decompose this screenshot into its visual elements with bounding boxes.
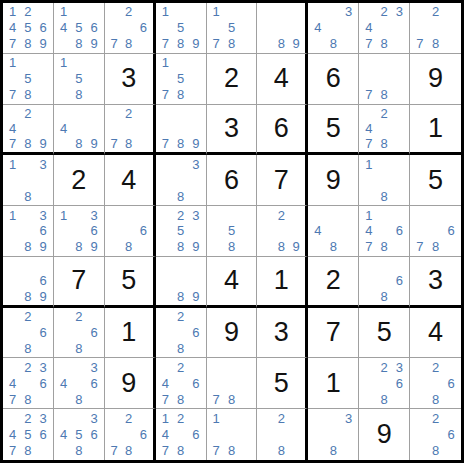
empty-slot — [377, 207, 392, 223]
solved-digit: 6 — [224, 167, 239, 194]
cell-r6c7[interactable]: 2 — [308, 257, 359, 308]
empty-slot — [259, 443, 274, 459]
candidate-digit: 7 — [361, 239, 376, 255]
cell-r5c1[interactable]: 13689 — [3, 206, 54, 257]
candidate-digit: 6 — [36, 325, 51, 341]
cell-r7c7[interactable]: 7 — [308, 308, 359, 359]
cell-r4c8[interactable]: 18 — [359, 155, 410, 206]
empty-slot — [188, 20, 203, 36]
candidate-digit: 9 — [86, 136, 101, 151]
cell-r9c8[interactable]: 9 — [359, 409, 410, 460]
empty-slot — [310, 443, 325, 459]
empty-slot — [224, 375, 239, 391]
solved-digit: 5 — [274, 370, 289, 397]
pencil-marks: 489 — [56, 106, 102, 152]
cell-r1c7[interactable]: 348 — [308, 3, 359, 54]
empty-slot — [56, 106, 71, 121]
candidate-digit: 4 — [5, 426, 20, 442]
cell-r2c3[interactable]: 3 — [105, 54, 156, 105]
candidate-digit: 7 — [5, 443, 20, 459]
empty-slot — [392, 156, 407, 172]
candidate-digit: 1 — [361, 156, 376, 172]
cell-r9c3[interactable]: 2678 — [105, 409, 156, 460]
candidate-digit: 2 — [20, 309, 35, 325]
candidate-digit: 8 — [121, 239, 136, 255]
candidate-digit: 8 — [173, 188, 188, 204]
candidate-digit: 8 — [71, 136, 86, 151]
empty-slot — [5, 410, 20, 426]
cell-r2c6[interactable]: 4 — [257, 54, 308, 105]
candidate-digit: 8 — [428, 443, 444, 459]
empty-slot — [20, 156, 35, 172]
empty-slot — [326, 410, 341, 426]
candidate-digit: 1 — [158, 410, 173, 426]
empty-slot — [443, 4, 459, 20]
empty-slot — [158, 258, 173, 273]
solved-digit: 5 — [428, 167, 443, 194]
candidate-digit: 4 — [56, 121, 71, 136]
cell-r2c5[interactable]: 2 — [207, 54, 258, 105]
cell-r1c8[interactable]: 23478 — [359, 3, 410, 54]
empty-slot — [310, 410, 325, 426]
candidate-digit: 1 — [209, 410, 224, 426]
cell-r9c4[interactable]: 124678 — [156, 409, 207, 460]
candidate-digit: 8 — [274, 239, 289, 255]
pencil-marks: 48 — [310, 207, 356, 255]
empty-slot — [158, 309, 173, 325]
pencil-marks: 124678 — [158, 410, 204, 459]
candidate-digit: 9 — [188, 239, 203, 255]
candidate-digit: 8 — [71, 36, 86, 52]
candidate-digit: 8 — [173, 443, 188, 459]
empty-slot — [158, 239, 173, 255]
cell-r8c4[interactable]: 24678 — [156, 358, 207, 409]
cell-r6c6[interactable]: 1 — [257, 257, 308, 308]
empty-slot — [239, 223, 254, 239]
cell-r3c4[interactable]: 789 — [156, 105, 207, 156]
candidate-digit: 5 — [71, 426, 86, 442]
cell-r9c7[interactable]: 38 — [308, 409, 359, 460]
cell-r7c1[interactable]: 268 — [3, 308, 54, 359]
candidate-digit: 5 — [224, 223, 239, 239]
empty-slot — [107, 239, 122, 255]
candidate-digit: 2 — [274, 410, 289, 426]
empty-slot — [36, 106, 51, 121]
candidate-digit: 9 — [36, 36, 51, 52]
pencil-marks: 89 — [259, 4, 303, 52]
candidate-digit: 4 — [56, 375, 71, 391]
candidate-digit: 1 — [5, 55, 20, 71]
empty-slot — [158, 341, 173, 357]
candidate-digit: 7 — [107, 36, 122, 52]
empty-slot — [259, 4, 274, 20]
cell-r8c7[interactable]: 1 — [308, 358, 359, 409]
candidate-digit: 8 — [173, 87, 188, 103]
cell-r1c5[interactable]: 1578 — [207, 3, 258, 54]
candidate-digit: 2 — [20, 359, 35, 375]
empty-slot — [361, 106, 376, 121]
candidate-digit: 5 — [173, 20, 188, 36]
empty-slot — [289, 20, 304, 36]
cell-r1c2[interactable]: 145689 — [54, 3, 105, 54]
candidate-digit: 6 — [188, 426, 203, 442]
candidate-digit: 7 — [209, 391, 224, 407]
cell-r8c2[interactable]: 3468 — [54, 358, 105, 409]
empty-slot — [56, 309, 71, 325]
cell-r7c2[interactable]: 268 — [54, 308, 105, 359]
empty-slot — [20, 375, 35, 391]
cell-r5c3[interactable]: 68 — [105, 206, 156, 257]
empty-slot — [341, 239, 356, 255]
pencil-marks: 234678 — [5, 359, 51, 407]
empty-slot — [392, 55, 407, 71]
candidate-digit: 4 — [158, 426, 173, 442]
empty-slot — [20, 172, 35, 188]
cell-r2c2[interactable]: 158 — [54, 54, 105, 105]
cell-r8c3[interactable]: 9 — [105, 358, 156, 409]
empty-slot — [239, 426, 254, 442]
empty-slot — [239, 207, 254, 223]
pencil-marks: 268 — [5, 309, 51, 357]
cell-r9c9[interactable]: 268 — [410, 409, 461, 460]
candidate-digit: 3 — [341, 410, 356, 426]
empty-slot — [121, 121, 136, 136]
empty-slot — [341, 426, 356, 442]
empty-slot — [377, 156, 392, 172]
candidate-digit: 7 — [158, 443, 173, 459]
candidate-digit: 1 — [209, 4, 224, 20]
candidate-digit: 8 — [428, 239, 444, 255]
empty-slot — [86, 4, 101, 20]
cell-r5c5[interactable]: 58 — [207, 206, 258, 257]
solved-digit: 9 — [224, 319, 239, 346]
cell-r2c4[interactable]: 1578 — [156, 54, 207, 105]
empty-slot — [392, 121, 407, 136]
empty-slot — [20, 55, 35, 71]
candidate-digit: 9 — [86, 239, 101, 255]
solved-digit: 7 — [274, 167, 289, 194]
empty-slot — [136, 207, 151, 223]
candidate-digit: 6 — [86, 20, 101, 36]
empty-slot — [158, 156, 173, 172]
empty-slot — [443, 239, 459, 255]
empty-slot — [377, 258, 392, 273]
cell-r3c2[interactable]: 489 — [54, 105, 105, 156]
candidate-digit: 6 — [36, 426, 51, 442]
pencil-marks: 348 — [310, 4, 356, 52]
candidate-digit: 8 — [274, 36, 289, 52]
cell-r9c6[interactable]: 28 — [257, 409, 308, 460]
cell-r2c1[interactable]: 1578 — [3, 54, 54, 105]
empty-slot — [239, 239, 254, 255]
cell-r4c9[interactable]: 5 — [410, 155, 461, 206]
cell-r3c1[interactable]: 24789 — [3, 105, 54, 156]
cell-r1c1[interactable]: 12456789 — [3, 3, 54, 54]
empty-slot — [239, 20, 254, 36]
candidate-digit: 5 — [71, 71, 86, 87]
empty-slot — [158, 359, 173, 375]
candidate-digit: 5 — [20, 71, 35, 87]
candidate-digit: 8 — [428, 391, 444, 407]
empty-slot — [36, 443, 51, 459]
empty-slot — [361, 359, 376, 375]
cell-r5c6[interactable]: 289 — [257, 206, 308, 257]
cell-r9c2[interactable]: 34568 — [54, 409, 105, 460]
empty-slot — [428, 20, 444, 36]
cell-r4c4[interactable]: 38 — [156, 155, 207, 206]
empty-slot — [326, 207, 341, 223]
candidate-digit: 8 — [377, 391, 392, 407]
candidate-digit: 3 — [86, 207, 101, 223]
empty-slot — [209, 375, 224, 391]
empty-slot — [188, 223, 203, 239]
empty-slot — [361, 258, 376, 273]
cell-r5c9[interactable]: 678 — [410, 206, 461, 257]
empty-slot — [107, 207, 122, 223]
cell-r2c8[interactable]: 78 — [359, 54, 410, 105]
candidate-digit: 8 — [20, 36, 35, 52]
empty-slot — [20, 207, 35, 223]
candidate-digit: 4 — [5, 121, 20, 136]
pencil-marks: 145689 — [56, 4, 102, 52]
solved-digit: 3 — [224, 115, 239, 142]
candidate-digit: 4 — [310, 223, 325, 239]
candidate-digit: 9 — [289, 239, 304, 255]
empty-slot — [224, 359, 239, 375]
candidate-digit: 6 — [136, 20, 151, 36]
cell-r3c6[interactable]: 6 — [257, 105, 308, 156]
empty-slot — [412, 207, 428, 223]
empty-slot — [121, 426, 136, 442]
empty-slot — [361, 4, 376, 20]
cell-r6c4[interactable]: 89 — [156, 257, 207, 308]
cell-r3c9[interactable]: 1 — [410, 105, 461, 156]
cell-r1c6[interactable]: 89 — [257, 3, 308, 54]
cell-r7c6[interactable]: 3 — [257, 308, 308, 359]
empty-slot — [36, 87, 51, 103]
cell-r2c9[interactable]: 9 — [410, 54, 461, 105]
empty-slot — [188, 273, 203, 288]
candidate-digit: 8 — [20, 391, 35, 407]
empty-slot — [173, 426, 188, 442]
solved-digit: 3 — [121, 65, 136, 92]
pencil-marks: 23589 — [158, 207, 204, 255]
empty-slot — [289, 410, 304, 426]
cell-r3c8[interactable]: 2478 — [359, 105, 410, 156]
empty-slot — [377, 71, 392, 87]
empty-slot — [5, 288, 20, 303]
empty-slot — [71, 121, 86, 136]
cell-r7c4[interactable]: 268 — [156, 308, 207, 359]
cell-r4c3[interactable]: 4 — [105, 155, 156, 206]
empty-slot — [5, 71, 20, 87]
cell-r6c2[interactable]: 7 — [54, 257, 105, 308]
empty-slot — [361, 55, 376, 71]
cell-r8c1[interactable]: 234678 — [3, 358, 54, 409]
cell-r4c5[interactable]: 6 — [207, 155, 258, 206]
cell-r5c7[interactable]: 48 — [308, 206, 359, 257]
candidate-digit: 2 — [377, 359, 392, 375]
solved-digit: 6 — [326, 65, 341, 92]
cell-r4c2[interactable]: 2 — [54, 155, 105, 206]
empty-slot — [289, 223, 304, 239]
empty-slot — [158, 71, 173, 87]
solved-digit: 9 — [121, 370, 136, 397]
cell-r6c5[interactable]: 4 — [207, 257, 258, 308]
candidate-digit: 8 — [428, 36, 444, 52]
cell-r8c6[interactable]: 5 — [257, 358, 308, 409]
cell-r4c6[interactable]: 7 — [257, 155, 308, 206]
cell-r7c8[interactable]: 5 — [359, 308, 410, 359]
empty-slot — [20, 223, 35, 239]
empty-slot — [71, 325, 86, 341]
empty-slot — [5, 188, 20, 204]
cell-r6c1[interactable]: 689 — [3, 257, 54, 308]
candidate-digit: 2 — [173, 410, 188, 426]
candidate-digit: 8 — [173, 36, 188, 52]
empty-slot — [36, 188, 51, 204]
candidate-digit: 9 — [188, 136, 203, 151]
empty-slot — [209, 20, 224, 36]
candidate-digit: 8 — [71, 443, 86, 459]
candidate-digit: 7 — [158, 87, 173, 103]
cell-r8c5[interactable]: 78 — [207, 358, 258, 409]
empty-slot — [259, 20, 274, 36]
cell-r3c3[interactable]: 278 — [105, 105, 156, 156]
solved-digit: 1 — [121, 319, 136, 346]
candidate-digit: 7 — [361, 136, 376, 151]
empty-slot — [259, 36, 274, 52]
cell-r5c8[interactable]: 14678 — [359, 206, 410, 257]
cell-r1c9[interactable]: 278 — [410, 3, 461, 54]
solved-digit: 4 — [428, 319, 443, 346]
cell-r8c9[interactable]: 268 — [410, 358, 461, 409]
solved-digit: 4 — [274, 65, 289, 92]
candidate-digit: 5 — [20, 426, 35, 442]
empty-slot — [377, 121, 392, 136]
candidate-digit: 3 — [188, 207, 203, 223]
empty-slot — [71, 410, 86, 426]
empty-slot — [239, 410, 254, 426]
cell-r5c4[interactable]: 23589 — [156, 206, 207, 257]
cell-r7c9[interactable]: 4 — [410, 308, 461, 359]
pencil-marks: 289 — [259, 207, 303, 255]
pencil-marks: 268 — [56, 309, 102, 357]
candidate-digit: 8 — [20, 136, 35, 151]
candidate-digit: 1 — [56, 55, 71, 71]
cell-r2c7[interactable]: 6 — [308, 54, 359, 105]
empty-slot — [361, 188, 376, 204]
candidate-digit: 8 — [224, 239, 239, 255]
solved-digit: 9 — [377, 421, 392, 448]
empty-slot — [188, 258, 203, 273]
pencil-marks: 689 — [5, 258, 51, 304]
cell-r9c1[interactable]: 2345678 — [3, 409, 54, 460]
pencil-marks: 678 — [412, 207, 459, 255]
empty-slot — [361, 172, 376, 188]
candidate-digit: 8 — [377, 239, 392, 255]
candidate-digit: 8 — [20, 341, 35, 357]
candidate-digit: 2 — [173, 359, 188, 375]
pencil-marks: 178 — [209, 410, 255, 459]
empty-slot — [259, 207, 274, 223]
candidate-digit: 4 — [361, 223, 376, 239]
empty-slot — [121, 223, 136, 239]
cell-r1c3[interactable]: 2678 — [105, 3, 156, 54]
empty-slot — [136, 410, 151, 426]
candidate-digit: 8 — [71, 87, 86, 103]
candidate-digit: 2 — [173, 207, 188, 223]
candidate-digit: 3 — [36, 410, 51, 426]
pencil-marks: 268 — [412, 410, 459, 459]
empty-slot — [136, 121, 151, 136]
cell-r6c3[interactable]: 5 — [105, 257, 156, 308]
pencil-marks: 78 — [361, 55, 407, 103]
cell-r6c9[interactable]: 3 — [410, 257, 461, 308]
empty-slot — [412, 391, 428, 407]
solved-digit: 9 — [326, 167, 341, 194]
candidate-digit: 2 — [173, 309, 188, 325]
candidate-digit: 1 — [5, 207, 20, 223]
candidate-digit: 8 — [173, 136, 188, 151]
empty-slot — [412, 443, 428, 459]
empty-slot — [224, 4, 239, 20]
empty-slot — [392, 87, 407, 103]
cell-r3c5[interactable]: 3 — [207, 105, 258, 156]
candidate-digit: 7 — [209, 443, 224, 459]
cell-r4c7[interactable]: 9 — [308, 155, 359, 206]
empty-slot — [239, 391, 254, 407]
candidate-digit: 6 — [443, 375, 459, 391]
cell-r6c8[interactable]: 68 — [359, 257, 410, 308]
cell-r3c7[interactable]: 5 — [308, 105, 359, 156]
empty-slot — [239, 36, 254, 52]
candidate-digit: 6 — [443, 426, 459, 442]
candidate-digit: 7 — [107, 136, 122, 151]
candidate-digit: 7 — [107, 443, 122, 459]
candidate-digit: 6 — [443, 223, 459, 239]
solved-digit: 3 — [274, 319, 289, 346]
cell-r7c3[interactable]: 1 — [105, 308, 156, 359]
pencil-marks: 24678 — [158, 359, 204, 407]
candidate-digit: 4 — [158, 375, 173, 391]
empty-slot — [107, 4, 122, 20]
empty-slot — [392, 20, 407, 36]
empty-slot — [188, 309, 203, 325]
pencil-marks: 23478 — [361, 4, 407, 52]
empty-slot — [392, 188, 407, 204]
empty-slot — [188, 55, 203, 71]
cell-r8c8[interactable]: 2368 — [359, 358, 410, 409]
candidate-digit: 8 — [20, 239, 35, 255]
empty-slot — [188, 341, 203, 357]
empty-slot — [188, 188, 203, 204]
empty-slot — [136, 36, 151, 52]
cell-r5c2[interactable]: 13689 — [54, 206, 105, 257]
empty-slot — [56, 223, 71, 239]
empty-slot — [392, 71, 407, 87]
cell-r4c1[interactable]: 138 — [3, 155, 54, 206]
candidate-digit: 2 — [71, 309, 86, 325]
cell-r9c5[interactable]: 178 — [207, 409, 258, 460]
solved-digit: 5 — [377, 319, 392, 346]
empty-slot — [56, 410, 71, 426]
empty-slot — [412, 375, 428, 391]
pencil-marks: 789 — [158, 106, 204, 152]
cell-r1c4[interactable]: 15789 — [156, 3, 207, 54]
cell-r7c5[interactable]: 9 — [207, 308, 258, 359]
empty-slot — [5, 325, 20, 341]
